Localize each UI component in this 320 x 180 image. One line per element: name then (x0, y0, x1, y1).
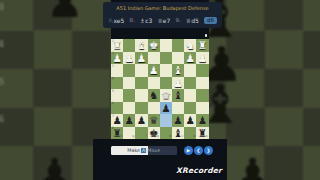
square-a4[interactable] (196, 77, 208, 90)
square-e5[interactable]: ♞ (148, 89, 160, 102)
square-g1[interactable] (123, 39, 135, 52)
piece-white-pawn[interactable]: ♟ (125, 52, 134, 65)
square-g6[interactable] (123, 102, 135, 115)
piece-black-pawn[interactable]: ♟ (161, 102, 170, 115)
square-b3[interactable] (184, 64, 196, 77)
eval-bar-label: MakeAMove (111, 146, 177, 155)
square-d8[interactable]: d (160, 127, 172, 140)
square-c3[interactable]: ♝ (172, 64, 184, 77)
move[interactable]: ♕d5 (186, 17, 199, 24)
square-c2[interactable] (172, 52, 184, 65)
piece-white-pawn[interactable]: ♟ (173, 77, 182, 90)
eval-bar-label-part: Make (127, 148, 140, 153)
opening-moves-panel: A51 Indian Game: Budapest Defense ♘xe58.… (103, 2, 222, 28)
square-f7[interactable]: ♟ (135, 114, 147, 127)
square-d4[interactable] (160, 77, 172, 90)
move-list: ♘xe58.♗c3♕e79.♕d5d6 (105, 14, 220, 26)
file-coordinate: b (193, 135, 195, 139)
square-d5[interactable]: ♛ (160, 89, 172, 102)
square-a8[interactable]: a♜ (196, 127, 208, 140)
square-d1[interactable] (160, 39, 172, 52)
square-c4[interactable]: ♟ (172, 77, 184, 90)
rank-coordinate: 3 (112, 65, 114, 69)
eval-bar: MakeAMove (111, 146, 177, 155)
square-h7[interactable]: 7♟ (111, 114, 123, 127)
square-g8[interactable]: g (123, 127, 135, 140)
square-d3[interactable] (160, 64, 172, 77)
piece-white-pawn[interactable]: ♟ (137, 52, 146, 65)
square-f4[interactable] (135, 77, 147, 90)
square-f3[interactable] (135, 64, 147, 77)
piece-white-bishop[interactable]: ♝ (137, 39, 146, 52)
move-number: 9. (175, 17, 180, 23)
square-h5[interactable]: 5 (111, 89, 123, 102)
current-move[interactable]: d6 (204, 17, 217, 24)
square-h1[interactable]: 1♜ (111, 39, 123, 52)
square-g7[interactable]: ♟ (123, 114, 135, 127)
file-coordinate: h (120, 135, 122, 139)
chess-board: 1♜♝♚♞♜2♟♟♟♟♟3♟♝4♟5♞♛♝6♟7♟♟♟♛♟♟♟8h♜gfe♚dc… (111, 39, 209, 139)
square-e6[interactable] (148, 102, 160, 115)
piece-black-pawn[interactable]: ♟ (186, 114, 195, 127)
xrecorder-watermark: XRecorder (176, 166, 222, 175)
file-coordinate: g (132, 135, 134, 139)
playback-controls: ▶❮❯ (184, 146, 213, 155)
piece-white-rook[interactable]: ♜ (198, 39, 207, 52)
file-coordinate: e (157, 135, 159, 139)
square-e3[interactable]: ♟ (148, 64, 160, 77)
piece-black-pawn[interactable]: ♟ (198, 114, 207, 127)
square-g3[interactable] (123, 64, 135, 77)
square-d6[interactable]: ♟ (160, 102, 172, 115)
square-b5[interactable] (184, 89, 196, 102)
rank-coordinate: 7 (112, 115, 114, 119)
square-b8[interactable]: b (184, 127, 196, 140)
piece-white-pawn[interactable]: ♟ (198, 52, 207, 65)
file-coordinate: a (206, 135, 208, 139)
square-a7[interactable]: ♟ (196, 114, 208, 127)
square-b2[interactable]: ♟ (184, 52, 196, 65)
move-number: 8. (129, 17, 134, 23)
square-b1[interactable]: ♞ (184, 39, 196, 52)
square-h2[interactable]: 2♟ (111, 52, 123, 65)
square-d2[interactable] (160, 52, 172, 65)
rank-coordinate: 5 (112, 90, 114, 94)
square-a1[interactable]: ♜ (196, 39, 208, 52)
square-c1[interactable] (172, 39, 184, 52)
square-b6[interactable] (184, 102, 196, 115)
square-f2[interactable]: ♟ (135, 52, 147, 65)
square-f5[interactable] (135, 89, 147, 102)
square-a3[interactable] (196, 64, 208, 77)
square-f1[interactable]: ♝ (135, 39, 147, 52)
piece-black-pawn[interactable]: ♟ (125, 114, 134, 127)
back-button[interactable]: ❮ (194, 146, 203, 155)
move[interactable]: ♗c3 (140, 17, 153, 24)
piece-white-knight[interactable]: ♞ (186, 39, 195, 52)
square-a2[interactable]: ♟ (196, 52, 208, 65)
square-e1[interactable]: ♚ (148, 39, 160, 52)
square-c8[interactable]: c♝ (172, 127, 184, 140)
forward-button[interactable]: ❯ (204, 146, 213, 155)
move[interactable]: ♕e7 (157, 17, 170, 24)
rank-coordinate: 8 (112, 127, 114, 131)
piece-white-pawn[interactable]: ♟ (149, 64, 158, 77)
square-c5[interactable]: ♝ (172, 89, 184, 102)
square-a5[interactable] (196, 89, 208, 102)
piece-black-pawn[interactable]: ♟ (137, 114, 146, 127)
file-coordinate: c (181, 135, 183, 139)
piece-black-knight[interactable]: ♞ (149, 89, 158, 102)
rank-coordinate: 1 (112, 40, 114, 44)
square-h3[interactable]: 3 (111, 64, 123, 77)
status-dot (205, 34, 208, 37)
square-f8[interactable]: f (135, 127, 147, 140)
square-g4[interactable] (123, 77, 135, 90)
square-b7[interactable]: ♟ (184, 114, 196, 127)
piece-white-king[interactable]: ♚ (149, 39, 158, 52)
piece-black-queen[interactable]: ♛ (149, 114, 158, 127)
eval-bar-label-part: Move (147, 148, 160, 153)
square-e7[interactable]: ♛ (148, 114, 160, 127)
piece-white-bishop[interactable]: ♝ (173, 64, 182, 77)
piece-black-bishop[interactable]: ♝ (173, 89, 182, 102)
square-e8[interactable]: e♚ (148, 127, 160, 140)
square-e4[interactable] (148, 77, 160, 90)
square-g2[interactable]: ♟ (123, 52, 135, 65)
rank-coordinate: 2 (112, 52, 114, 56)
move[interactable]: ♘xe5 (108, 17, 124, 24)
square-h4[interactable]: 4 (111, 77, 123, 90)
square-c6[interactable] (172, 102, 184, 115)
piece-black-pawn[interactable]: ♟ (173, 114, 182, 127)
play-button[interactable]: ▶ (184, 146, 193, 155)
square-f6[interactable] (135, 102, 147, 115)
square-d7[interactable] (160, 114, 172, 127)
square-a6[interactable] (196, 102, 208, 115)
opening-name: A51 Indian Game: Budapest Defense (103, 5, 222, 11)
square-c7[interactable]: ♟ (172, 114, 184, 127)
square-e2[interactable] (148, 52, 160, 65)
square-b4[interactable] (184, 77, 196, 90)
square-g5[interactable] (123, 89, 135, 102)
piece-white-pawn[interactable]: ♟ (186, 52, 195, 65)
piece-white-queen[interactable]: ♛ (161, 89, 170, 102)
square-h8[interactable]: 8h♜ (111, 127, 123, 140)
rank-coordinate: 6 (112, 102, 114, 106)
file-coordinate: d (169, 135, 171, 139)
screenshot-stage: ♟♝♟♝♟♟3456 A51 Indian Game: Budapest Def… (0, 0, 320, 180)
rank-coordinate: 4 (112, 77, 114, 81)
eval-bar-label-part: A (141, 148, 146, 153)
square-h6[interactable]: 6 (111, 102, 123, 115)
